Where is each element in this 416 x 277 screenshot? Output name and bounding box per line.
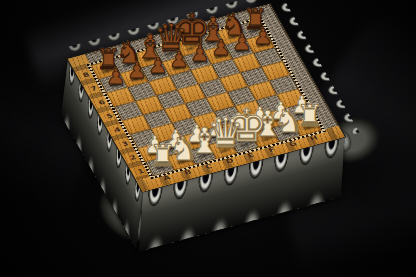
black-pawn-glyph: ♟	[232, 32, 252, 54]
black-pawn-glyph: ♟	[211, 37, 231, 59]
black-pawn-glyph: ♟	[190, 43, 210, 65]
black-pawn-glyph: ♟	[106, 66, 126, 88]
black-pawn-glyph: ♟	[148, 55, 168, 77]
chess-set-photo: 87654321ABCDEFGH ♜♞♝♚♛♝♞♜♟♟♟♟♟♟♟♟♟♟♟♟♟♟♟…	[0, 0, 416, 277]
black-pawn-glyph: ♟	[169, 49, 189, 71]
black-pawn-glyph: ♟	[127, 60, 147, 82]
pieces-layer: ♜♞♝♚♛♝♞♜♟♟♟♟♟♟♟♟♟♟♟♟♟♟♟♟♜♞♝♚♛♝♞♜	[68, 4, 270, 59]
black-pawn-glyph: ♟	[253, 26, 273, 48]
white-rook-glyph: ♜	[149, 141, 176, 171]
